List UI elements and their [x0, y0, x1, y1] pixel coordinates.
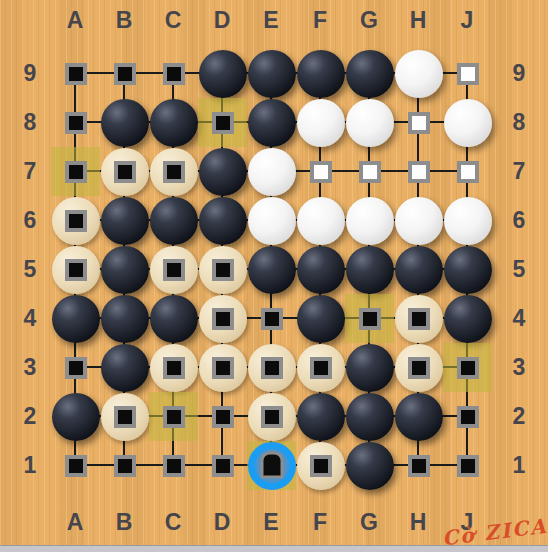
intersection-F8[interactable]	[296, 98, 345, 147]
row-label-right-3: 3	[504, 352, 534, 382]
intersection-C2[interactable]	[149, 392, 198, 441]
black-stone	[297, 50, 345, 98]
row-label-right-6: 6	[504, 205, 534, 235]
black-stone	[199, 148, 247, 196]
black-stone	[101, 246, 149, 294]
territory-marker-black	[163, 406, 185, 428]
intersection-G3[interactable]	[345, 343, 394, 392]
black-stone	[248, 246, 296, 294]
row-label-right-4: 4	[504, 303, 534, 333]
col-label-top-B: B	[109, 5, 139, 35]
intersection-E2[interactable]	[247, 392, 296, 441]
intersection-F7[interactable]	[296, 147, 345, 196]
intersection-B3[interactable]	[100, 343, 149, 392]
territory-marker-black	[212, 308, 234, 330]
intersection-C3[interactable]	[149, 343, 198, 392]
col-label-bottom-B: B	[109, 507, 139, 537]
col-label-top-E: E	[256, 5, 286, 35]
intersection-C8[interactable]	[149, 98, 198, 147]
intersection-J9[interactable]	[443, 49, 492, 98]
intersection-D7[interactable]	[198, 147, 247, 196]
row-label-left-2: 2	[15, 401, 45, 431]
intersection-E8[interactable]	[247, 98, 296, 147]
black-stone	[395, 393, 443, 441]
intersection-E9[interactable]	[247, 49, 296, 98]
go-app-screen: Cờ ZICA AABBCCDDEEFFGGHHJJ99887766554433…	[0, 0, 548, 552]
window-bottom-edge	[0, 545, 548, 552]
intersection-D5[interactable]	[198, 245, 247, 294]
intersection-H3[interactable]	[394, 343, 443, 392]
intersection-F9[interactable]	[296, 49, 345, 98]
intersection-G7[interactable]	[345, 147, 394, 196]
intersection-A4[interactable]	[51, 294, 100, 343]
black-stone	[346, 50, 394, 98]
col-label-top-H: H	[403, 5, 433, 35]
black-stone	[150, 197, 198, 245]
territory-marker-black	[212, 357, 234, 379]
intersection-B6[interactable]	[100, 196, 149, 245]
intersection-B8[interactable]	[100, 98, 149, 147]
black-stone	[346, 393, 394, 441]
white-stone	[444, 197, 492, 245]
row-label-left-4: 4	[15, 303, 45, 333]
col-label-top-F: F	[305, 5, 335, 35]
black-stone	[297, 246, 345, 294]
intersection-B1[interactable]	[100, 441, 149, 490]
col-label-top-C: C	[158, 5, 188, 35]
black-stone	[101, 344, 149, 392]
black-stone	[150, 99, 198, 147]
white-stone	[248, 148, 296, 196]
territory-marker-white	[457, 63, 479, 85]
col-label-top-D: D	[207, 5, 237, 35]
territory-marker-black	[261, 406, 283, 428]
col-label-bottom-H: H	[403, 507, 433, 537]
intersection-G8[interactable]	[345, 98, 394, 147]
black-stone	[444, 295, 492, 343]
black-stone	[52, 393, 100, 441]
territory-marker-white	[457, 161, 479, 183]
col-label-top-G: G	[354, 5, 384, 35]
territory-marker-black	[310, 357, 332, 379]
territory-marker-black	[114, 455, 136, 477]
intersection-H4[interactable]	[394, 294, 443, 343]
row-label-left-3: 3	[15, 352, 45, 382]
black-stone	[346, 344, 394, 392]
territory-marker-black	[114, 161, 136, 183]
intersection-H9[interactable]	[394, 49, 443, 98]
territory-marker-black	[65, 259, 87, 281]
intersection-A1[interactable]	[51, 441, 100, 490]
intersection-A6[interactable]	[51, 196, 100, 245]
intersection-J7[interactable]	[443, 147, 492, 196]
intersection-F4[interactable]	[296, 294, 345, 343]
territory-marker-black	[114, 406, 136, 428]
intersection-H5[interactable]	[394, 245, 443, 294]
black-stone	[101, 99, 149, 147]
col-label-bottom-E: E	[256, 507, 286, 537]
intersection-A5[interactable]	[51, 245, 100, 294]
territory-marker-black	[65, 455, 87, 477]
intersection-E3[interactable]	[247, 343, 296, 392]
intersection-D8[interactable]	[198, 98, 247, 147]
intersection-F5[interactable]	[296, 245, 345, 294]
intersection-C7[interactable]	[149, 147, 198, 196]
row-label-right-1: 1	[504, 450, 534, 480]
row-label-right-5: 5	[504, 254, 534, 284]
row-label-right-2: 2	[504, 401, 534, 431]
territory-marker-black	[212, 112, 234, 134]
col-label-bottom-F: F	[305, 507, 335, 537]
black-stone	[297, 295, 345, 343]
col-label-top-J: J	[452, 5, 482, 35]
intersection-D9[interactable]	[198, 49, 247, 98]
padlock-icon	[260, 451, 283, 478]
territory-marker-black	[261, 308, 283, 330]
black-stone	[346, 442, 394, 490]
intersection-E1[interactable]	[247, 441, 296, 490]
black-stone	[444, 246, 492, 294]
col-label-bottom-A: A	[60, 507, 90, 537]
intersection-C9[interactable]	[149, 49, 198, 98]
intersection-F6[interactable]	[296, 196, 345, 245]
intersection-B7[interactable]	[100, 147, 149, 196]
row-label-left-9: 9	[15, 58, 45, 88]
territory-marker-black	[163, 357, 185, 379]
intersection-D2[interactable]	[198, 392, 247, 441]
territory-marker-black	[310, 455, 332, 477]
row-label-right-8: 8	[504, 107, 534, 137]
black-stone	[150, 295, 198, 343]
row-label-left-5: 5	[15, 254, 45, 284]
intersection-A7[interactable]	[51, 147, 100, 196]
territory-marker-black	[65, 112, 87, 134]
intersection-B9[interactable]	[100, 49, 149, 98]
territory-marker-black	[261, 357, 283, 379]
row-label-left-1: 1	[15, 450, 45, 480]
intersection-J6[interactable]	[443, 196, 492, 245]
white-stone	[248, 197, 296, 245]
territory-marker-black	[212, 259, 234, 281]
intersection-D3[interactable]	[198, 343, 247, 392]
intersection-C1[interactable]	[149, 441, 198, 490]
white-stone	[395, 197, 443, 245]
black-stone	[101, 295, 149, 343]
intersection-H7[interactable]	[394, 147, 443, 196]
intersection-G4[interactable]	[345, 294, 394, 343]
intersection-J5[interactable]	[443, 245, 492, 294]
intersection-C5[interactable]	[149, 245, 198, 294]
territory-marker-black	[359, 308, 381, 330]
territory-marker-black	[65, 63, 87, 85]
intersection-A9[interactable]	[51, 49, 100, 98]
black-stone	[346, 246, 394, 294]
territory-marker-black	[408, 455, 430, 477]
intersection-G1[interactable]	[345, 441, 394, 490]
white-stone	[297, 197, 345, 245]
intersection-F2[interactable]	[296, 392, 345, 441]
territory-marker-black	[114, 63, 136, 85]
col-label-bottom-G: G	[354, 507, 384, 537]
territory-marker-black	[457, 357, 479, 379]
white-stone	[395, 50, 443, 98]
col-label-top-A: A	[60, 5, 90, 35]
territory-marker-black	[212, 406, 234, 428]
intersection-C6[interactable]	[149, 196, 198, 245]
white-stone	[346, 99, 394, 147]
territory-marker-white	[310, 161, 332, 183]
intersection-D4[interactable]	[198, 294, 247, 343]
intersection-J4[interactable]	[443, 294, 492, 343]
black-stone	[199, 50, 247, 98]
intersection-G6[interactable]	[345, 196, 394, 245]
intersection-J8[interactable]	[443, 98, 492, 147]
territory-marker-black	[457, 455, 479, 477]
intersection-F1[interactable]	[296, 441, 345, 490]
black-stone	[199, 197, 247, 245]
territory-marker-black	[457, 406, 479, 428]
row-label-right-9: 9	[504, 58, 534, 88]
intersection-G9[interactable]	[345, 49, 394, 98]
row-label-left-7: 7	[15, 156, 45, 186]
black-stone	[248, 50, 296, 98]
intersection-B4[interactable]	[100, 294, 149, 343]
territory-marker-black	[163, 259, 185, 281]
row-label-left-6: 6	[15, 205, 45, 235]
territory-marker-black	[408, 357, 430, 379]
territory-marker-black	[212, 455, 234, 477]
intersection-E7[interactable]	[247, 147, 296, 196]
intersection-E6[interactable]	[247, 196, 296, 245]
intersection-A3[interactable]	[51, 343, 100, 392]
white-stone	[297, 99, 345, 147]
white-stone	[346, 197, 394, 245]
intersection-J2[interactable]	[443, 392, 492, 441]
territory-marker-white	[359, 161, 381, 183]
intersection-C4[interactable]	[149, 294, 198, 343]
intersection-E4[interactable]	[247, 294, 296, 343]
intersection-E5[interactable]	[247, 245, 296, 294]
territory-marker-black	[408, 308, 430, 330]
black-stone	[101, 197, 149, 245]
territory-marker-black	[65, 161, 87, 183]
black-stone	[248, 99, 296, 147]
territory-marker-white	[408, 161, 430, 183]
black-stone	[52, 295, 100, 343]
territory-marker-black	[65, 210, 87, 232]
black-stone	[395, 246, 443, 294]
intersection-J3[interactable]	[443, 343, 492, 392]
territory-marker-black	[65, 357, 87, 379]
intersection-A2[interactable]	[51, 392, 100, 441]
col-label-bottom-C: C	[158, 507, 188, 537]
intersection-H2[interactable]	[394, 392, 443, 441]
intersection-A8[interactable]	[51, 98, 100, 147]
intersection-B5[interactable]	[100, 245, 149, 294]
intersection-G5[interactable]	[345, 245, 394, 294]
intersection-D1[interactable]	[198, 441, 247, 490]
row-label-right-7: 7	[504, 156, 534, 186]
intersection-F3[interactable]	[296, 343, 345, 392]
intersection-D6[interactable]	[198, 196, 247, 245]
black-stone	[297, 393, 345, 441]
locked-point-indicator	[248, 442, 296, 490]
intersection-H8[interactable]	[394, 98, 443, 147]
intersection-B2[interactable]	[100, 392, 149, 441]
white-stone	[444, 99, 492, 147]
intersection-H1[interactable]	[394, 441, 443, 490]
row-label-left-8: 8	[15, 107, 45, 137]
territory-marker-black	[163, 455, 185, 477]
territory-marker-black	[163, 63, 185, 85]
territory-marker-black	[163, 161, 185, 183]
intersection-H6[interactable]	[394, 196, 443, 245]
territory-marker-white	[408, 112, 430, 134]
intersection-G2[interactable]	[345, 392, 394, 441]
intersection-J1[interactable]	[443, 441, 492, 490]
col-label-bottom-D: D	[207, 507, 237, 537]
